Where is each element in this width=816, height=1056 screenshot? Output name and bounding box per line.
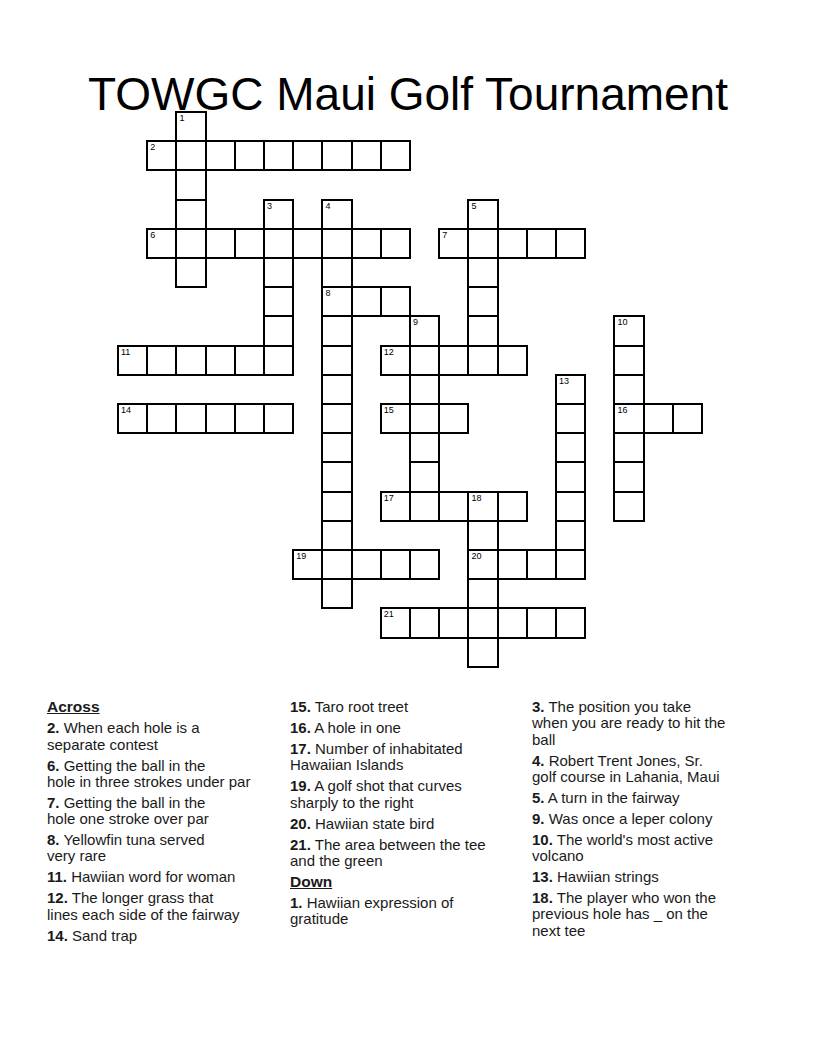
clue-16: 16. A hole in one bbox=[290, 720, 540, 736]
grid-cell-r8c7[interactable] bbox=[321, 345, 352, 376]
cell-number-8: 8 bbox=[325, 288, 330, 298]
clue-number: 1. bbox=[290, 894, 303, 911]
clue-number: 20. bbox=[290, 815, 311, 832]
grid-cell-r10c9[interactable]: 15 bbox=[380, 403, 411, 434]
grid-cell-r7c12[interactable] bbox=[467, 315, 498, 346]
clue-18: 18. The player who won the previous hole… bbox=[532, 890, 782, 939]
grid-cell-r10c11[interactable] bbox=[438, 403, 469, 434]
cell-number-15: 15 bbox=[384, 405, 394, 415]
clue-10: 10. The world's most active volcano bbox=[532, 832, 782, 865]
grid-cell-r7c10[interactable]: 9 bbox=[409, 315, 440, 346]
grid-cell-r10c19[interactable] bbox=[672, 403, 703, 434]
clue-text: Getting the ball in the hole one stroke … bbox=[47, 794, 209, 827]
clue-number: 13. bbox=[532, 868, 553, 885]
clue-text: A turn in the fairway bbox=[545, 789, 680, 806]
clue-13: 13. Hawiian strings bbox=[532, 869, 782, 885]
cell-number-3: 3 bbox=[267, 201, 272, 211]
clue-number: 21. bbox=[290, 836, 311, 853]
grid-cell-r4c3[interactable] bbox=[205, 228, 236, 259]
grid-cell-r17c15[interactable] bbox=[555, 607, 586, 638]
grid-cell-r10c1[interactable] bbox=[146, 403, 177, 434]
cell-number-11: 11 bbox=[121, 347, 130, 357]
clue-8: 8. Yellowfin tuna served very rare bbox=[47, 832, 297, 865]
grid-cell-r3c5[interactable]: 3 bbox=[263, 199, 294, 230]
grid-cell-r4c6[interactable] bbox=[292, 228, 323, 259]
grid-cell-r6c7[interactable]: 8 bbox=[321, 286, 352, 317]
grid-cell-r15c10[interactable] bbox=[409, 549, 440, 580]
cell-number-14: 14 bbox=[121, 405, 131, 415]
grid-cell-r5c2[interactable] bbox=[175, 257, 206, 288]
grid-cell-r15c6[interactable]: 19 bbox=[292, 549, 323, 580]
clue-column-3: 3. The position you take when you are re… bbox=[532, 699, 782, 944]
cell-number-19: 19 bbox=[296, 551, 306, 561]
clue-text: Hawiian strings bbox=[553, 868, 659, 885]
grid-cell-r17c12[interactable] bbox=[467, 607, 498, 638]
grid-cell-r10c2[interactable] bbox=[175, 403, 206, 434]
clue-number: 14. bbox=[47, 927, 68, 944]
clue-2: 2. When each hole is a separate contest bbox=[47, 720, 297, 753]
grid-cell-r9c17[interactable] bbox=[613, 374, 644, 405]
grid-cell-r8c13[interactable] bbox=[497, 345, 528, 376]
grid-cell-r6c9[interactable] bbox=[380, 286, 411, 317]
cell-number-4: 4 bbox=[325, 201, 330, 211]
grid-cell-r8c12[interactable] bbox=[467, 345, 498, 376]
clue-number: 16. bbox=[290, 719, 311, 736]
clue-text: The area between the tee and the green bbox=[290, 836, 486, 869]
grid-cell-r10c5[interactable] bbox=[263, 403, 294, 434]
clue-number: 7. bbox=[47, 794, 60, 811]
cell-number-12: 12 bbox=[384, 347, 394, 357]
clue-12: 12. The longer grass that lines each sid… bbox=[47, 890, 297, 923]
grid-cell-r14c7[interactable] bbox=[321, 520, 352, 551]
clue-number: 12. bbox=[47, 889, 68, 906]
grid-cell-r15c12[interactable]: 20 bbox=[467, 549, 498, 580]
grid-cell-r5c12[interactable] bbox=[467, 257, 498, 288]
clue-15: 15. Taro root treet bbox=[290, 699, 540, 715]
clue-text: The world's most active volcano bbox=[532, 831, 713, 864]
grid-cell-r8c5[interactable] bbox=[263, 345, 294, 376]
clue-21: 21. The area between the tee and the gre… bbox=[290, 837, 540, 870]
clue-6: 6. Getting the ball in the hole in three… bbox=[47, 758, 297, 791]
grid-cell-r13c15[interactable] bbox=[555, 491, 586, 522]
clue-text: When each hole is a separate contest bbox=[47, 719, 200, 752]
clue-column-1: Across2. When each hole is a separate co… bbox=[47, 699, 297, 949]
grid-cell-r1c5[interactable] bbox=[263, 140, 294, 171]
clue-17: 17. Number of inhabitated Hawaiian Islan… bbox=[290, 741, 540, 774]
clue-14: 14. Sand trap bbox=[47, 928, 297, 944]
cell-number-9: 9 bbox=[413, 317, 418, 327]
cell-number-6: 6 bbox=[150, 230, 155, 240]
grid-cell-r7c17[interactable]: 10 bbox=[613, 315, 644, 346]
cell-number-13: 13 bbox=[559, 376, 569, 386]
clue-number: 9. bbox=[532, 810, 545, 827]
cell-number-21: 21 bbox=[384, 609, 394, 619]
clue-text: Was once a leper colony bbox=[545, 810, 713, 827]
grid-cell-r4c14[interactable] bbox=[526, 228, 557, 259]
grid-cell-r4c4[interactable] bbox=[234, 228, 265, 259]
grid-cell-r4c7[interactable] bbox=[321, 228, 352, 259]
grid-cell-r8c1[interactable] bbox=[146, 345, 177, 376]
clue-text: A hole in one bbox=[311, 719, 401, 736]
grid-cell-r6c12[interactable] bbox=[467, 286, 498, 317]
clue-number: 6. bbox=[47, 757, 60, 774]
clue-number: 3. bbox=[532, 698, 545, 715]
grid-cell-r13c7[interactable] bbox=[321, 491, 352, 522]
clue-column-2: 15. Taro root treet16. A hole in one17. … bbox=[290, 699, 540, 932]
grid-cell-r4c11[interactable]: 7 bbox=[438, 228, 469, 259]
grid-cell-r11c7[interactable] bbox=[321, 432, 352, 463]
grid-cell-r1c2[interactable] bbox=[175, 140, 206, 171]
grid-cell-r14c15[interactable] bbox=[555, 520, 586, 551]
grid-cell-r10c4[interactable] bbox=[234, 403, 265, 434]
grid-cell-r15c14[interactable] bbox=[526, 549, 557, 580]
clue-19: 19. A golf shot that curves sharply to t… bbox=[290, 778, 540, 811]
clue-section-header-across: Across bbox=[47, 699, 297, 715]
grid-cell-r16c12[interactable] bbox=[467, 578, 498, 609]
grid-cell-r6c5[interactable] bbox=[263, 286, 294, 317]
grid-cell-r1c1[interactable]: 2 bbox=[146, 140, 177, 171]
grid-cell-r5c5[interactable] bbox=[263, 257, 294, 288]
clue-number: 15. bbox=[290, 698, 311, 715]
grid-cell-r1c8[interactable] bbox=[351, 140, 382, 171]
grid-cell-r8c9[interactable]: 12 bbox=[380, 345, 411, 376]
clue-text: Getting the ball in the hole in three st… bbox=[47, 757, 250, 790]
grid-cell-r3c2[interactable] bbox=[175, 199, 206, 230]
grid-cell-r15c15[interactable] bbox=[555, 549, 586, 580]
clue-text: The longer grass that lines each side of… bbox=[47, 889, 240, 922]
grid-cell-r1c7[interactable] bbox=[321, 140, 352, 171]
clue-number: 17. bbox=[290, 740, 311, 757]
cell-number-10: 10 bbox=[617, 317, 627, 327]
grid-cell-r11c15[interactable] bbox=[555, 432, 586, 463]
grid-cell-r13c10[interactable] bbox=[409, 491, 440, 522]
grid-cell-r17c9[interactable]: 21 bbox=[380, 607, 411, 638]
grid-cell-r4c8[interactable] bbox=[351, 228, 382, 259]
grid-cell-r15c13[interactable] bbox=[497, 549, 528, 580]
clue-text: Number of inhabitated Hawaiian Islands bbox=[290, 740, 463, 773]
grid-cell-r4c15[interactable] bbox=[555, 228, 586, 259]
grid-cell-r11c17[interactable] bbox=[613, 432, 644, 463]
grid-cell-r8c3[interactable] bbox=[205, 345, 236, 376]
grid-cell-r18c12[interactable] bbox=[467, 637, 498, 668]
cell-number-5: 5 bbox=[471, 201, 476, 211]
grid-cell-r10c10[interactable] bbox=[409, 403, 440, 434]
grid-cell-r4c9[interactable] bbox=[380, 228, 411, 259]
grid-cell-r9c10[interactable] bbox=[409, 374, 440, 405]
grid-cell-r10c3[interactable] bbox=[205, 403, 236, 434]
grid-cell-r9c15[interactable]: 13 bbox=[555, 374, 586, 405]
grid-cell-r4c12[interactable] bbox=[467, 228, 498, 259]
cell-number-18: 18 bbox=[471, 493, 481, 503]
grid-cell-r13c17[interactable] bbox=[613, 491, 644, 522]
cell-number-20: 20 bbox=[471, 551, 481, 561]
grid-cell-r17c11[interactable] bbox=[438, 607, 469, 638]
grid-cell-r7c7[interactable] bbox=[321, 315, 352, 346]
grid-cell-r13c9[interactable]: 17 bbox=[380, 491, 411, 522]
grid-cell-r0c2[interactable]: 1 bbox=[175, 111, 206, 142]
clue-text: Robert Trent Jones, Sr. golf course in L… bbox=[532, 752, 720, 785]
grid-cell-r8c0[interactable]: 11 bbox=[117, 345, 148, 376]
grid-cell-r10c7[interactable] bbox=[321, 403, 352, 434]
clue-text: Sand trap bbox=[68, 927, 137, 944]
grid-cell-r3c7[interactable]: 4 bbox=[321, 199, 352, 230]
grid-cell-r12c15[interactable] bbox=[555, 461, 586, 492]
clue-text: Hawiian word for woman bbox=[67, 868, 235, 885]
clue-11: 11. Hawiian word for woman bbox=[47, 869, 297, 885]
grid-cell-r1c4[interactable] bbox=[234, 140, 265, 171]
grid-cell-r17c14[interactable] bbox=[526, 607, 557, 638]
grid-cell-r12c17[interactable] bbox=[613, 461, 644, 492]
clue-7: 7. Getting the ball in the hole one stro… bbox=[47, 795, 297, 828]
grid-cell-r13c12[interactable]: 18 bbox=[467, 491, 498, 522]
cell-number-17: 17 bbox=[384, 493, 394, 503]
grid-cell-r15c9[interactable] bbox=[380, 549, 411, 580]
clue-5: 5. A turn in the fairway bbox=[532, 790, 782, 806]
clue-number: 10. bbox=[532, 831, 553, 848]
clue-number: 18. bbox=[532, 889, 553, 906]
clue-3: 3. The position you take when you are re… bbox=[532, 699, 782, 748]
cell-number-16: 16 bbox=[617, 405, 627, 415]
grid-cell-r1c6[interactable] bbox=[292, 140, 323, 171]
clue-text: A golf shot that curves sharply to the r… bbox=[290, 777, 462, 810]
grid-cell-r8c10[interactable] bbox=[409, 345, 440, 376]
grid-cell-r4c5[interactable] bbox=[263, 228, 294, 259]
clue-4: 4. Robert Trent Jones, Sr. golf course i… bbox=[532, 753, 782, 786]
grid-cell-r16c7[interactable] bbox=[321, 578, 352, 609]
grid-cell-r12c7[interactable] bbox=[321, 461, 352, 492]
clue-1: 1. Hawiian expression of gratitude bbox=[290, 895, 540, 928]
clue-20: 20. Hawiian state bird bbox=[290, 816, 540, 832]
clue-number: 4. bbox=[532, 752, 545, 769]
clue-text: Taro root treet bbox=[311, 698, 408, 715]
grid-cell-r10c0[interactable]: 14 bbox=[117, 403, 148, 434]
clue-number: 19. bbox=[290, 777, 311, 794]
grid-cell-r8c17[interactable] bbox=[613, 345, 644, 376]
grid-cell-r13c13[interactable] bbox=[497, 491, 528, 522]
clue-section-header-down: Down bbox=[290, 874, 540, 890]
grid-cell-r17c13[interactable] bbox=[497, 607, 528, 638]
clue-number: 11. bbox=[47, 868, 67, 885]
grid-cell-r1c9[interactable] bbox=[380, 140, 411, 171]
grid-cell-r15c8[interactable] bbox=[351, 549, 382, 580]
grid-cell-r13c11[interactable] bbox=[438, 491, 469, 522]
grid-cell-r10c15[interactable] bbox=[555, 403, 586, 434]
grid-cell-r9c7[interactable] bbox=[321, 374, 352, 405]
grid-cell-r12c10[interactable] bbox=[409, 461, 440, 492]
grid-cell-r8c11[interactable] bbox=[438, 345, 469, 376]
grid-cell-r17c10[interactable] bbox=[409, 607, 440, 638]
clue-text: Hawiian expression of gratitude bbox=[290, 894, 453, 927]
clue-text: The position you take when you are ready… bbox=[532, 698, 725, 748]
cell-number-2: 2 bbox=[150, 142, 155, 152]
cell-number-1: 1 bbox=[179, 113, 184, 123]
clue-number: 8. bbox=[47, 831, 60, 848]
grid-cell-r6c8[interactable] bbox=[351, 286, 382, 317]
grid-cell-r1c3[interactable] bbox=[205, 140, 236, 171]
grid-cell-r10c18[interactable] bbox=[643, 403, 674, 434]
clue-number: 2. bbox=[47, 719, 60, 736]
grid-cell-r2c2[interactable] bbox=[175, 169, 206, 200]
clue-text: The player who won the previous hole has… bbox=[532, 889, 716, 939]
grid-cell-r7c5[interactable] bbox=[263, 315, 294, 346]
grid-cell-r14c12[interactable] bbox=[467, 520, 498, 551]
cell-number-7: 7 bbox=[442, 230, 447, 240]
grid-cell-r5c7[interactable] bbox=[321, 257, 352, 288]
grid-cell-r11c10[interactable] bbox=[409, 432, 440, 463]
clue-number: 5. bbox=[532, 789, 545, 806]
clue-text: Hawiian state bird bbox=[311, 815, 434, 832]
grid-cell-r10c17[interactable]: 16 bbox=[613, 403, 644, 434]
grid-cell-r8c4[interactable] bbox=[234, 345, 265, 376]
grid-cell-r8c2[interactable] bbox=[175, 345, 206, 376]
grid-cell-r15c7[interactable] bbox=[321, 549, 352, 580]
grid-cell-r3c12[interactable]: 5 bbox=[467, 199, 498, 230]
clue-9: 9. Was once a leper colony bbox=[532, 811, 782, 827]
grid-cell-r4c1[interactable]: 6 bbox=[146, 228, 177, 259]
crossword-grid: 123456789101112131415161718192021 bbox=[117, 111, 705, 670]
grid-cell-r4c2[interactable] bbox=[175, 228, 206, 259]
clue-text: Yellowfin tuna served very rare bbox=[47, 831, 205, 864]
grid-cell-r4c13[interactable] bbox=[497, 228, 528, 259]
